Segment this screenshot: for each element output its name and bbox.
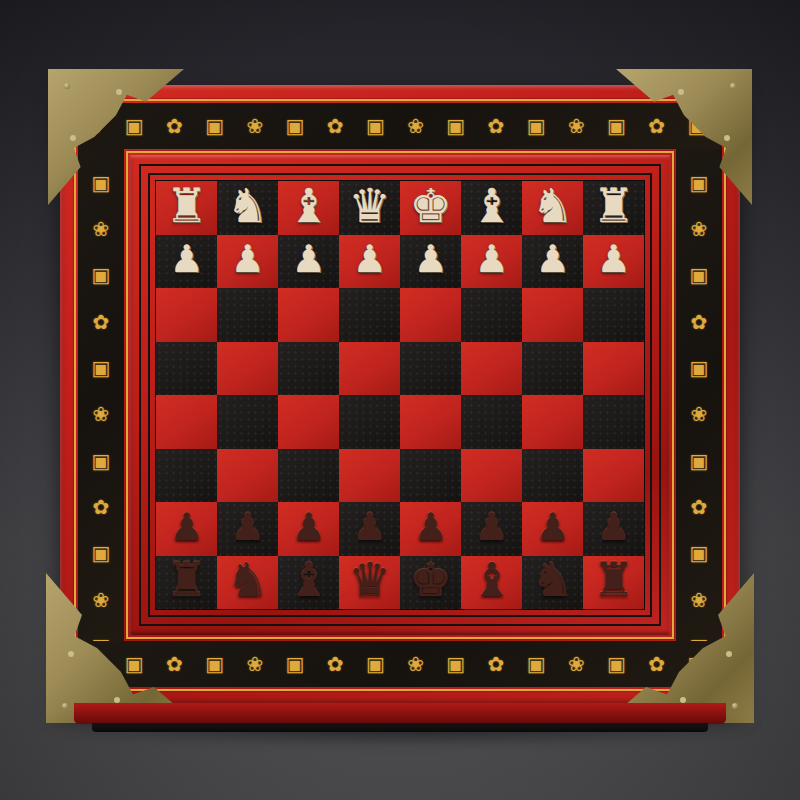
square-g8[interactable]: ♞ [522, 181, 583, 235]
square-h7[interactable]: ♟ [583, 235, 644, 289]
square-h6[interactable] [583, 288, 644, 342]
square-b6[interactable] [217, 288, 278, 342]
ivory-bishop-c8[interactable]: ♝ [278, 181, 339, 228]
dark-rook-a1[interactable]: ♜ [156, 556, 217, 603]
square-d1[interactable]: ♛ [339, 556, 400, 610]
square-b5[interactable] [217, 342, 278, 396]
square-g7[interactable]: ♟ [522, 235, 583, 289]
square-a3[interactable] [156, 449, 217, 503]
ivory-king-e8[interactable]: ♚ [400, 181, 461, 228]
square-c4[interactable] [278, 395, 339, 449]
square-d6[interactable] [339, 288, 400, 342]
square-b7[interactable]: ♟ [217, 235, 278, 289]
dark-king-e1[interactable]: ♚ [400, 556, 461, 603]
square-g5[interactable] [522, 342, 583, 396]
square-c6[interactable] [278, 288, 339, 342]
square-h5[interactable] [583, 342, 644, 396]
square-f8[interactable]: ♝ [461, 181, 522, 235]
square-d5[interactable] [339, 342, 400, 396]
square-f4[interactable] [461, 395, 522, 449]
square-e5[interactable] [400, 342, 461, 396]
square-a1[interactable]: ♜ [156, 556, 217, 610]
square-d2[interactable]: ♟ [339, 502, 400, 556]
dark-knight-b1[interactable]: ♞ [217, 556, 278, 603]
square-b3[interactable] [217, 449, 278, 503]
square-g4[interactable] [522, 395, 583, 449]
chess-box: ❀ ▣ ✿ ▣ ❀ ▣ ✿ ▣ ❀ ▣ ✿ ▣ ❀ ▣ ✿ ▣ ❀ ▣ ✿ ▣ … [60, 85, 740, 705]
square-e6[interactable] [400, 288, 461, 342]
square-a8[interactable]: ♜ [156, 181, 217, 235]
square-b4[interactable] [217, 395, 278, 449]
square-f7[interactable]: ♟ [461, 235, 522, 289]
square-f6[interactable] [461, 288, 522, 342]
square-b1[interactable]: ♞ [217, 556, 278, 610]
square-d3[interactable] [339, 449, 400, 503]
square-d7[interactable]: ♟ [339, 235, 400, 289]
box-base-seam [92, 723, 708, 732]
dark-queen-d1[interactable]: ♛ [339, 556, 400, 603]
ivory-rook-a8[interactable]: ♜ [156, 181, 217, 228]
square-f5[interactable] [461, 342, 522, 396]
square-c2[interactable]: ♟ [278, 502, 339, 556]
square-e2[interactable]: ♟ [400, 502, 461, 556]
dark-bishop-c1[interactable]: ♝ [278, 556, 339, 603]
ornament-border-bottom: ❀ ▣ ✿ ▣ ❀ ▣ ✿ ▣ ❀ ▣ ✿ ▣ ❀ ▣ ✿ ▣ ❀ ▣ ✿ ▣ … [78, 641, 722, 687]
square-e7[interactable]: ♟ [400, 235, 461, 289]
square-c8[interactable]: ♝ [278, 181, 339, 235]
ivory-bishop-f8[interactable]: ♝ [461, 181, 522, 228]
dark-pawn-a2[interactable]: ♟ [156, 507, 217, 545]
chessboard-grid: ♜♞♝♛♚♝♞♜♟♟♟♟♟♟♟♟♟♟♟♟♟♟♟♟♜♞♝♛♚♝♞♜ [156, 181, 644, 609]
ivory-queen-d8[interactable]: ♛ [339, 181, 400, 228]
square-a6[interactable] [156, 288, 217, 342]
square-c3[interactable] [278, 449, 339, 503]
dark-pawn-b2[interactable]: ♟ [217, 507, 278, 545]
square-d8[interactable]: ♛ [339, 181, 400, 235]
dark-rook-h1[interactable]: ♜ [583, 556, 644, 603]
box-side-panel [74, 703, 726, 724]
square-b2[interactable]: ♟ [217, 502, 278, 556]
square-g1[interactable]: ♞ [522, 556, 583, 610]
square-g2[interactable]: ♟ [522, 502, 583, 556]
square-e8[interactable]: ♚ [400, 181, 461, 235]
ivory-pawn-g7[interactable]: ♟ [522, 240, 583, 278]
ivory-pawn-c7[interactable]: ♟ [278, 240, 339, 278]
ornament-border-top: ❀ ▣ ✿ ▣ ❀ ▣ ✿ ▣ ❀ ▣ ✿ ▣ ❀ ▣ ✿ ▣ ❀ ▣ ✿ ▣ … [78, 103, 722, 149]
square-c5[interactable] [278, 342, 339, 396]
square-a2[interactable]: ♟ [156, 502, 217, 556]
square-e4[interactable] [400, 395, 461, 449]
ivory-rook-h8[interactable]: ♜ [583, 181, 644, 228]
ivory-knight-b8[interactable]: ♞ [217, 181, 278, 228]
ivory-pawn-f7[interactable]: ♟ [461, 240, 522, 278]
dark-pawn-c2[interactable]: ♟ [278, 507, 339, 545]
square-e3[interactable] [400, 449, 461, 503]
ivory-pawn-b7[interactable]: ♟ [217, 240, 278, 278]
ivory-pawn-a7[interactable]: ♟ [156, 240, 217, 278]
ornament-border-left: ❀ ▣ ✿ ▣ ❀ ▣ ✿ ▣ ❀ ▣ ✿ ▣ ❀ ▣ ✿ ▣ ❀ ▣ ✿ ▣ … [78, 149, 124, 641]
dark-pawn-g2[interactable]: ♟ [522, 507, 583, 545]
square-a7[interactable]: ♟ [156, 235, 217, 289]
ivory-knight-g8[interactable]: ♞ [522, 181, 583, 228]
dark-pawn-e2[interactable]: ♟ [400, 507, 461, 545]
square-f1[interactable]: ♝ [461, 556, 522, 610]
dark-bishop-f1[interactable]: ♝ [461, 556, 522, 603]
square-f3[interactable] [461, 449, 522, 503]
ivory-pawn-d7[interactable]: ♟ [339, 240, 400, 278]
square-b8[interactable]: ♞ [217, 181, 278, 235]
square-h2[interactable]: ♟ [583, 502, 644, 556]
square-e1[interactable]: ♚ [400, 556, 461, 610]
square-h8[interactable]: ♜ [583, 181, 644, 235]
square-h3[interactable] [583, 449, 644, 503]
square-d4[interactable] [339, 395, 400, 449]
square-f2[interactable]: ♟ [461, 502, 522, 556]
square-g3[interactable] [522, 449, 583, 503]
ornament-border-right: ❀ ▣ ✿ ▣ ❀ ▣ ✿ ▣ ❀ ▣ ✿ ▣ ❀ ▣ ✿ ▣ ❀ ▣ ✿ ▣ … [676, 149, 722, 641]
square-h4[interactable] [583, 395, 644, 449]
dark-pawn-f2[interactable]: ♟ [461, 507, 522, 545]
square-a4[interactable] [156, 395, 217, 449]
square-h1[interactable]: ♜ [583, 556, 644, 610]
square-c1[interactable]: ♝ [278, 556, 339, 610]
square-a5[interactable] [156, 342, 217, 396]
dark-knight-g1[interactable]: ♞ [522, 556, 583, 603]
ivory-pawn-e7[interactable]: ♟ [400, 240, 461, 278]
dark-pawn-h2[interactable]: ♟ [583, 507, 644, 545]
dark-pawn-d2[interactable]: ♟ [339, 507, 400, 545]
square-c7[interactable]: ♟ [278, 235, 339, 289]
square-g6[interactable] [522, 288, 583, 342]
ivory-pawn-h7[interactable]: ♟ [583, 240, 644, 278]
